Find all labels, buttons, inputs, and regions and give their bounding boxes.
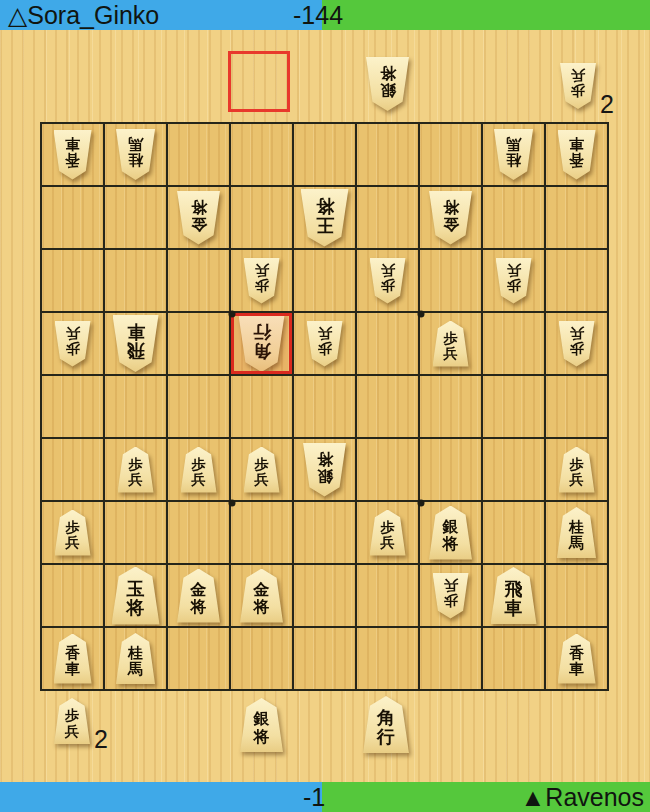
piece-pawn-sente[interactable]: 歩兵 xyxy=(370,510,406,556)
piece-knight-gote[interactable]: 桂馬 xyxy=(494,129,533,180)
piece-pawn-gote[interactable]: 歩兵 xyxy=(244,258,280,304)
piece-wrapper: 香車 xyxy=(54,130,92,180)
board-square[interactable]: 歩兵 xyxy=(420,313,481,374)
piece-wrapper: 歩兵 xyxy=(560,63,596,109)
board-area: 銀将歩兵2 香車桂馬桂馬香車金将王将金将歩兵歩兵歩兵歩兵飛車角行歩兵歩兵歩兵歩兵… xyxy=(0,30,650,782)
piece-pawn-gote[interactable]: 歩兵 xyxy=(496,258,532,304)
board-square[interactable] xyxy=(105,187,166,248)
piece-kanji: 銀将 xyxy=(254,710,270,745)
piece-wrapper: 香車 xyxy=(558,634,596,684)
piece-wrapper: 角行 xyxy=(363,696,409,753)
board-square[interactable] xyxy=(168,313,229,374)
piece-kanji: 歩兵 xyxy=(66,326,80,356)
board-square[interactable] xyxy=(357,628,418,689)
board-square[interactable]: 飛車 xyxy=(105,313,166,374)
piece-knight-gote[interactable]: 桂馬 xyxy=(116,129,155,180)
gote-hand-slot: 歩兵2 xyxy=(560,63,596,109)
piece-kanji: 王将 xyxy=(316,196,334,235)
player-bottom-name: ▲Ravenos xyxy=(521,782,644,812)
board-square[interactable] xyxy=(42,187,103,248)
piece-wrapper: 歩兵 xyxy=(307,321,343,367)
top-eval-score: -144 xyxy=(293,0,343,30)
board-square[interactable] xyxy=(357,565,418,626)
piece-wrapper: 王将 xyxy=(301,189,349,247)
star-point xyxy=(229,311,236,318)
piece-lance-sente[interactable]: 香車 xyxy=(54,634,92,684)
bottom-eval-bar: -1 ▲Ravenos xyxy=(0,782,650,812)
board-square[interactable]: 歩兵 xyxy=(420,565,481,626)
shogi-board: 香車桂馬桂馬香車金将王将金将歩兵歩兵歩兵歩兵飛車角行歩兵歩兵歩兵歩兵歩兵歩兵銀将… xyxy=(40,122,609,691)
piece-wrapper: 歩兵 xyxy=(559,321,595,367)
star-point xyxy=(418,311,425,318)
board-square[interactable] xyxy=(168,628,229,689)
piece-wrapper: 銀将 xyxy=(240,698,283,752)
piece-kanji: 歩兵 xyxy=(507,263,521,293)
piece-pawn-gote[interactable]: 歩兵 xyxy=(370,258,406,304)
board-square[interactable] xyxy=(546,376,607,437)
board-square[interactable] xyxy=(105,502,166,563)
piece-wrapper: 歩兵 xyxy=(181,447,217,493)
piece-knight-sente[interactable]: 桂馬 xyxy=(557,507,596,558)
piece-kanji: 金将 xyxy=(443,198,459,233)
board-square[interactable]: 金将 xyxy=(231,565,292,626)
piece-kanji: 歩兵 xyxy=(318,326,332,356)
piece-kanji: 金将 xyxy=(191,198,207,233)
board-square[interactable]: 歩兵 xyxy=(42,502,103,563)
board-square[interactable] xyxy=(294,376,355,437)
piece-wrapper: 歩兵 xyxy=(55,510,91,556)
piece-gold-gote[interactable]: 金将 xyxy=(429,191,472,245)
board-square[interactable] xyxy=(357,187,418,248)
board-square[interactable]: 桂馬 xyxy=(105,124,166,185)
board-square[interactable] xyxy=(42,250,103,311)
piece-kanji: 歩兵 xyxy=(65,708,79,738)
piece-wrapper: 銀将 xyxy=(429,506,472,560)
piece-gold-gote[interactable]: 金将 xyxy=(177,191,220,245)
board-square[interactable] xyxy=(483,376,544,437)
piece-lance-sente[interactable]: 香車 xyxy=(558,634,596,684)
piece-kanji: 歩兵 xyxy=(66,520,80,550)
board-square[interactable] xyxy=(105,250,166,311)
piece-wrapper: 桂馬 xyxy=(557,507,596,558)
board-square[interactable] xyxy=(231,187,292,248)
piece-wrapper: 香車 xyxy=(54,634,92,684)
board-square[interactable]: 歩兵 xyxy=(546,313,607,374)
piece-pawn-gote[interactable]: 歩兵 xyxy=(560,63,596,109)
piece-wrapper: 玉将 xyxy=(112,567,160,625)
board-square[interactable] xyxy=(231,502,292,563)
piece-wrapper: 歩兵 xyxy=(370,258,406,304)
piece-lance-gote[interactable]: 香車 xyxy=(54,130,92,180)
piece-rook-sente[interactable]: 飛車 xyxy=(491,567,537,624)
board-square[interactable] xyxy=(420,124,481,185)
piece-kanji: 角行 xyxy=(377,708,395,747)
piece-wrapper: 桂馬 xyxy=(116,129,155,180)
board-square[interactable]: 王将 xyxy=(294,187,355,248)
star-point xyxy=(418,500,425,507)
board-square[interactable] xyxy=(357,313,418,374)
drop-origin-marker xyxy=(228,51,290,112)
board-square[interactable]: 銀将 xyxy=(294,439,355,500)
piece-bishop-gote[interactable]: 角行 xyxy=(239,315,285,372)
sente-hand-slot: 銀将 xyxy=(240,698,283,752)
board-square[interactable]: 歩兵 xyxy=(168,439,229,500)
board-square[interactable] xyxy=(420,628,481,689)
piece-wrapper: 飛車 xyxy=(491,567,537,624)
piece-kanji: 歩兵 xyxy=(381,263,395,293)
piece-gold-sente[interactable]: 金将 xyxy=(240,569,283,623)
piece-wrapper: 歩兵 xyxy=(559,447,595,493)
board-square[interactable]: 歩兵 xyxy=(294,313,355,374)
piece-kanji: 銀将 xyxy=(380,64,396,99)
board-square[interactable]: 歩兵 xyxy=(105,439,166,500)
board-square[interactable] xyxy=(420,376,481,437)
piece-lance-gote[interactable]: 香車 xyxy=(558,130,596,180)
piece-kanji: 桂馬 xyxy=(506,136,521,168)
piece-kanji: 金将 xyxy=(254,581,270,616)
piece-kanji: 香車 xyxy=(569,136,584,168)
board-square[interactable] xyxy=(546,187,607,248)
piece-wrapper: 歩兵 xyxy=(55,321,91,367)
board-square[interactable]: 歩兵 xyxy=(42,313,103,374)
piece-wrapper: 歩兵 xyxy=(496,258,532,304)
sente-hand-slot: 歩兵2 xyxy=(54,698,90,744)
board-square[interactable]: 歩兵 xyxy=(546,439,607,500)
gote-hand-slot: 銀将 xyxy=(366,57,409,111)
piece-wrapper: 歩兵 xyxy=(244,447,280,493)
board-square[interactable] xyxy=(231,124,292,185)
hand-count-label: 2 xyxy=(600,90,614,119)
piece-pawn-sente[interactable]: 歩兵 xyxy=(54,698,90,744)
piece-wrapper: 角行 xyxy=(239,315,285,372)
piece-kanji: 飛車 xyxy=(127,322,145,361)
board-square[interactable]: 桂馬 xyxy=(546,502,607,563)
piece-kanji: 香車 xyxy=(65,136,80,168)
sente-hand-slot: 角行 xyxy=(363,696,409,753)
piece-gold-sente[interactable]: 金将 xyxy=(177,569,220,623)
board-square[interactable] xyxy=(231,628,292,689)
piece-pawn-gote[interactable]: 歩兵 xyxy=(559,321,595,367)
board-square[interactable] xyxy=(168,124,229,185)
piece-kanji: 歩兵 xyxy=(444,331,458,361)
board-square[interactable] xyxy=(357,439,418,500)
board-square[interactable]: 歩兵 xyxy=(231,439,292,500)
board-square[interactable] xyxy=(42,376,103,437)
piece-kanji: 桂馬 xyxy=(128,136,143,168)
board-square[interactable]: 金将 xyxy=(168,565,229,626)
piece-kanji: 歩兵 xyxy=(570,326,584,356)
piece-kanji: 香車 xyxy=(65,645,80,677)
piece-wrapper: 金将 xyxy=(177,191,220,245)
board-square[interactable]: 金将 xyxy=(168,187,229,248)
board-square[interactable] xyxy=(420,250,481,311)
piece-king-sente[interactable]: 玉将 xyxy=(112,567,160,625)
board-square[interactable] xyxy=(546,565,607,626)
piece-kanji: 桂馬 xyxy=(128,645,143,677)
piece-wrapper: 歩兵 xyxy=(118,447,154,493)
piece-pawn-sente[interactable]: 歩兵 xyxy=(118,447,154,493)
piece-king-gote[interactable]: 王将 xyxy=(301,189,349,247)
board-square[interactable]: 金将 xyxy=(420,187,481,248)
piece-kanji: 金将 xyxy=(191,581,207,616)
piece-wrapper: 銀将 xyxy=(303,443,346,497)
piece-knight-sente[interactable]: 桂馬 xyxy=(116,633,155,684)
board-square[interactable] xyxy=(294,565,355,626)
piece-pawn-sente[interactable]: 歩兵 xyxy=(559,447,595,493)
board-square[interactable] xyxy=(357,124,418,185)
board-square[interactable]: 香車 xyxy=(546,628,607,689)
piece-kanji: 歩兵 xyxy=(255,457,269,487)
piece-pawn-gote[interactable]: 歩兵 xyxy=(55,321,91,367)
piece-wrapper: 歩兵 xyxy=(433,321,469,367)
piece-wrapper: 飛車 xyxy=(113,315,159,372)
board-square[interactable]: 玉将 xyxy=(105,565,166,626)
board-square[interactable] xyxy=(294,124,355,185)
board-square[interactable]: 銀将 xyxy=(420,502,481,563)
board-square[interactable] xyxy=(483,439,544,500)
board-square[interactable] xyxy=(168,250,229,311)
board-square[interactable] xyxy=(483,502,544,563)
board-square[interactable] xyxy=(357,376,418,437)
board-square[interactable] xyxy=(42,565,103,626)
board-square[interactable]: 歩兵 xyxy=(483,250,544,311)
piece-wrapper: 香車 xyxy=(558,130,596,180)
board-square[interactable]: 香車 xyxy=(42,124,103,185)
piece-pawn-gote[interactable]: 歩兵 xyxy=(307,321,343,367)
piece-pawn-sente[interactable]: 歩兵 xyxy=(55,510,91,556)
board-square[interactable]: 歩兵 xyxy=(357,502,418,563)
shogi-app: △Sora_Ginko -144 銀将歩兵2 香車桂馬桂馬香車金将王将金将歩兵歩… xyxy=(0,0,650,812)
board-square[interactable]: 歩兵 xyxy=(357,250,418,311)
piece-kanji: 銀将 xyxy=(443,518,459,553)
piece-kanji: 角行 xyxy=(253,322,271,361)
board-square[interactable]: 歩兵 xyxy=(231,250,292,311)
piece-kanji: 桂馬 xyxy=(569,519,584,551)
piece-kanji: 香車 xyxy=(569,645,584,677)
board-square[interactable] xyxy=(294,628,355,689)
piece-kanji: 歩兵 xyxy=(444,578,458,608)
piece-silver-sente[interactable]: 銀将 xyxy=(429,506,472,560)
piece-wrapper: 金将 xyxy=(177,569,220,623)
board-square[interactable] xyxy=(105,376,166,437)
piece-kanji: 歩兵 xyxy=(571,68,585,98)
bottom-eval-blue-segment xyxy=(0,782,322,812)
piece-kanji: 歩兵 xyxy=(570,457,584,487)
piece-silver-sente[interactable]: 銀将 xyxy=(240,698,283,752)
piece-bishop-sente[interactable]: 角行 xyxy=(363,696,409,753)
board-square[interactable] xyxy=(231,376,292,437)
board-square[interactable] xyxy=(483,628,544,689)
top-eval-bar: △Sora_Ginko -144 xyxy=(0,0,650,30)
piece-kanji: 飛車 xyxy=(505,579,523,618)
piece-rook-gote[interactable]: 飛車 xyxy=(113,315,159,372)
board-square[interactable] xyxy=(483,187,544,248)
piece-pawn-sente[interactable]: 歩兵 xyxy=(244,447,280,493)
piece-pawn-gote[interactable]: 歩兵 xyxy=(433,573,469,619)
piece-wrapper: 歩兵 xyxy=(433,573,469,619)
board-square[interactable]: 香車 xyxy=(546,124,607,185)
piece-pawn-sente[interactable]: 歩兵 xyxy=(433,321,469,367)
piece-wrapper: 歩兵 xyxy=(54,698,90,744)
piece-kanji: 歩兵 xyxy=(192,457,206,487)
piece-silver-gote[interactable]: 銀将 xyxy=(366,57,409,111)
piece-wrapper: 金将 xyxy=(240,569,283,623)
board-square[interactable] xyxy=(42,439,103,500)
piece-pawn-sente[interactable]: 歩兵 xyxy=(181,447,217,493)
bottom-eval-score: -1 xyxy=(303,782,325,812)
board-square[interactable] xyxy=(168,376,229,437)
piece-wrapper: 歩兵 xyxy=(244,258,280,304)
board-square[interactable]: 飛車 xyxy=(483,565,544,626)
board-square[interactable]: 香車 xyxy=(42,628,103,689)
piece-kanji: 銀将 xyxy=(317,450,333,485)
board-square[interactable] xyxy=(294,250,355,311)
piece-kanji: 玉将 xyxy=(127,579,145,618)
piece-wrapper: 銀将 xyxy=(366,57,409,111)
board-square[interactable] xyxy=(483,313,544,374)
piece-silver-gote[interactable]: 銀将 xyxy=(303,443,346,497)
piece-wrapper: 歩兵 xyxy=(370,510,406,556)
hand-count-label: 2 xyxy=(94,725,108,754)
board-square[interactable]: 桂馬 xyxy=(483,124,544,185)
board-square[interactable] xyxy=(168,502,229,563)
piece-kanji: 歩兵 xyxy=(129,457,143,487)
board-square[interactable] xyxy=(420,439,481,500)
piece-kanji: 歩兵 xyxy=(381,520,395,550)
board-square[interactable]: 角行 xyxy=(231,313,292,374)
piece-wrapper: 桂馬 xyxy=(116,633,155,684)
piece-wrapper: 桂馬 xyxy=(494,129,533,180)
star-point xyxy=(229,500,236,507)
board-square[interactable] xyxy=(546,250,607,311)
board-square[interactable] xyxy=(294,502,355,563)
piece-wrapper: 金将 xyxy=(429,191,472,245)
piece-kanji: 歩兵 xyxy=(255,263,269,293)
player-top-name: △Sora_Ginko xyxy=(8,0,159,30)
board-square[interactable]: 桂馬 xyxy=(105,628,166,689)
